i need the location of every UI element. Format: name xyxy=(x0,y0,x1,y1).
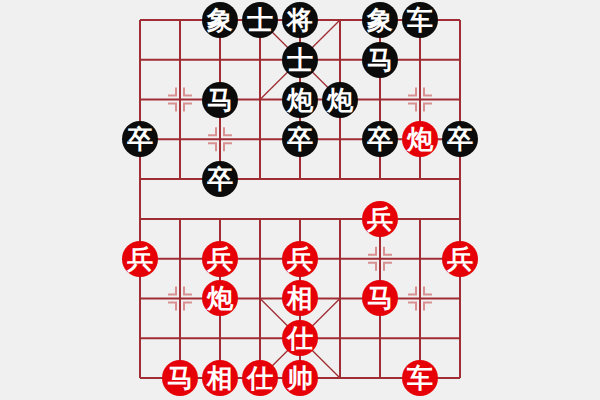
star-point-marker xyxy=(384,263,392,271)
piece-black-chariot[interactable]: 车 xyxy=(402,2,438,38)
piece-black-general[interactable]: 将 xyxy=(282,2,318,38)
piece-red-chariot[interactable]: 车 xyxy=(402,360,438,396)
star-point-marker xyxy=(208,143,216,151)
piece-black-soldier[interactable]: 卒 xyxy=(202,161,238,197)
star-point-marker xyxy=(184,104,192,112)
piece-black-soldier[interactable]: 卒 xyxy=(282,121,318,157)
star-point-marker xyxy=(408,88,416,96)
star-point-marker xyxy=(384,247,392,255)
piece-black-horse[interactable]: 马 xyxy=(202,82,238,118)
piece-black-soldier[interactable]: 卒 xyxy=(362,121,398,157)
piece-black-advisor[interactable]: 士 xyxy=(282,42,318,78)
piece-red-soldier[interactable]: 兵 xyxy=(202,241,238,277)
star-point-marker xyxy=(424,302,432,310)
star-point-marker xyxy=(424,104,432,112)
piece-black-cannon[interactable]: 炮 xyxy=(322,82,358,118)
star-point-marker xyxy=(408,286,416,294)
piece-black-cannon[interactable]: 炮 xyxy=(282,82,318,118)
star-point-marker xyxy=(184,88,192,96)
star-point-marker xyxy=(168,104,176,112)
piece-black-advisor[interactable]: 士 xyxy=(242,2,278,38)
piece-red-soldier[interactable]: 兵 xyxy=(122,241,158,277)
piece-red-horse[interactable]: 马 xyxy=(162,360,198,396)
piece-red-soldier[interactable]: 兵 xyxy=(442,241,478,277)
piece-black-soldier[interactable]: 卒 xyxy=(442,121,478,157)
piece-red-elephant[interactable]: 相 xyxy=(282,280,318,316)
star-point-marker xyxy=(208,127,216,135)
piece-black-elephant[interactable]: 象 xyxy=(362,2,398,38)
piece-red-soldier[interactable]: 兵 xyxy=(282,241,318,277)
piece-black-soldier[interactable]: 卒 xyxy=(122,121,158,157)
star-point-marker xyxy=(168,302,176,310)
piece-red-soldier[interactable]: 兵 xyxy=(362,201,398,237)
star-point-marker xyxy=(408,104,416,112)
piece-red-horse[interactable]: 马 xyxy=(362,280,398,316)
piece-black-elephant[interactable]: 象 xyxy=(202,2,238,38)
star-point-marker xyxy=(368,247,376,255)
piece-red-cannon[interactable]: 炮 xyxy=(402,121,438,157)
star-point-marker xyxy=(424,286,432,294)
star-point-marker xyxy=(224,143,232,151)
piece-red-advisor[interactable]: 仕 xyxy=(242,360,278,396)
piece-red-general[interactable]: 帅 xyxy=(282,360,318,396)
star-point-marker xyxy=(408,302,416,310)
star-point-marker xyxy=(368,263,376,271)
star-point-marker xyxy=(168,88,176,96)
xiangqi-board: 象士将象车士马马炮炮卒卒卒卒卒炮兵兵兵兵兵炮相马仕马相仕帅车 xyxy=(0,0,600,400)
piece-red-cannon[interactable]: 炮 xyxy=(202,280,238,316)
star-point-marker xyxy=(184,286,192,294)
piece-red-advisor[interactable]: 仕 xyxy=(282,320,318,356)
star-point-marker xyxy=(424,88,432,96)
star-point-marker xyxy=(184,302,192,310)
piece-red-elephant[interactable]: 相 xyxy=(202,360,238,396)
star-point-marker xyxy=(168,286,176,294)
star-point-marker xyxy=(224,127,232,135)
piece-black-horse[interactable]: 马 xyxy=(362,42,398,78)
